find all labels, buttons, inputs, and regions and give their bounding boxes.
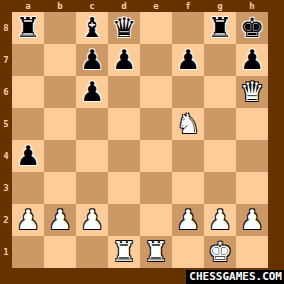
square-h6[interactable]: ♛ <box>236 76 268 108</box>
square-f3[interactable] <box>172 172 204 204</box>
square-g2[interactable]: ♟ <box>204 204 236 236</box>
square-c8[interactable]: ♝ <box>76 12 108 44</box>
square-f7[interactable]: ♟ <box>172 44 204 76</box>
square-d8[interactable]: ♛ <box>108 12 140 44</box>
square-c2[interactable]: ♟ <box>76 204 108 236</box>
white-pawn-f2: ♟ <box>172 204 204 236</box>
square-d7[interactable]: ♟ <box>108 44 140 76</box>
square-d1[interactable]: ♜ <box>108 236 140 268</box>
square-g6[interactable] <box>204 76 236 108</box>
square-e4[interactable] <box>140 140 172 172</box>
square-a6[interactable] <box>12 76 44 108</box>
black-pawn-c6: ♟ <box>76 76 108 108</box>
square-b2[interactable]: ♟ <box>44 204 76 236</box>
square-g8[interactable]: ♜ <box>204 12 236 44</box>
white-pawn-g2: ♟ <box>204 204 236 236</box>
square-e3[interactable] <box>140 172 172 204</box>
square-c1[interactable] <box>76 236 108 268</box>
chess-board: ♜♝♛♜♚♟♟♟♟♟♛♞♟♟♟♟♟♟♟♜♜♚ <box>12 12 268 268</box>
square-c5[interactable] <box>76 108 108 140</box>
square-c7[interactable]: ♟ <box>76 44 108 76</box>
black-pawn-c7: ♟ <box>76 44 108 76</box>
square-a4[interactable]: ♟ <box>12 140 44 172</box>
rank-label-7: 7 <box>0 44 12 76</box>
square-f6[interactable] <box>172 76 204 108</box>
square-h1[interactable] <box>236 236 268 268</box>
square-e7[interactable] <box>140 44 172 76</box>
square-f5[interactable]: ♞ <box>172 108 204 140</box>
square-c4[interactable] <box>76 140 108 172</box>
square-h2[interactable]: ♟ <box>236 204 268 236</box>
square-b6[interactable] <box>44 76 76 108</box>
square-e1[interactable]: ♜ <box>140 236 172 268</box>
square-a7[interactable] <box>12 44 44 76</box>
square-a5[interactable] <box>12 108 44 140</box>
square-h4[interactable] <box>236 140 268 172</box>
square-b3[interactable] <box>44 172 76 204</box>
white-rook-e1: ♜ <box>140 236 172 268</box>
rank-labels-left: 87654321 <box>0 12 12 268</box>
rank-label-5: 5 <box>0 108 12 140</box>
black-pawn-f7: ♟ <box>172 44 204 76</box>
square-e8[interactable] <box>140 12 172 44</box>
square-e2[interactable] <box>140 204 172 236</box>
square-g1[interactable]: ♚ <box>204 236 236 268</box>
white-king-g1: ♚ <box>204 236 236 268</box>
square-a3[interactable] <box>12 172 44 204</box>
white-pawn-b2: ♟ <box>44 204 76 236</box>
square-a1[interactable] <box>12 236 44 268</box>
black-pawn-h7: ♟ <box>236 44 268 76</box>
white-knight-f5: ♞ <box>172 108 204 140</box>
square-g5[interactable] <box>204 108 236 140</box>
rank-label-3: 3 <box>0 172 12 204</box>
square-f2[interactable]: ♟ <box>172 204 204 236</box>
rank-label-6: 6 <box>0 76 12 108</box>
white-pawn-c2: ♟ <box>76 204 108 236</box>
square-h5[interactable] <box>236 108 268 140</box>
rank-label-1: 1 <box>0 236 12 268</box>
square-f1[interactable] <box>172 236 204 268</box>
square-g4[interactable] <box>204 140 236 172</box>
square-d4[interactable] <box>108 140 140 172</box>
chess-board-frame: abcdefgh 87654321 ♜♝♛♜♚♟♟♟♟♟♛♞♟♟♟♟♟♟♟♜♜♚… <box>0 0 284 284</box>
white-pawn-h2: ♟ <box>236 204 268 236</box>
square-b7[interactable] <box>44 44 76 76</box>
white-queen-h6: ♛ <box>236 76 268 108</box>
square-e5[interactable] <box>140 108 172 140</box>
square-a8[interactable]: ♜ <box>12 12 44 44</box>
rank-label-4: 4 <box>0 140 12 172</box>
square-e6[interactable] <box>140 76 172 108</box>
square-b5[interactable] <box>44 108 76 140</box>
square-h3[interactable] <box>236 172 268 204</box>
square-h8[interactable]: ♚ <box>236 12 268 44</box>
square-c3[interactable] <box>76 172 108 204</box>
square-g7[interactable] <box>204 44 236 76</box>
square-c6[interactable]: ♟ <box>76 76 108 108</box>
black-pawn-a4: ♟ <box>12 140 44 172</box>
white-rook-d1: ♜ <box>108 236 140 268</box>
square-g3[interactable] <box>204 172 236 204</box>
black-queen-d8: ♛ <box>108 12 140 44</box>
square-d2[interactable] <box>108 204 140 236</box>
black-pawn-d7: ♟ <box>108 44 140 76</box>
square-h7[interactable]: ♟ <box>236 44 268 76</box>
white-pawn-a2: ♟ <box>12 204 44 236</box>
rank-label-8: 8 <box>0 12 12 44</box>
black-rook-a8: ♜ <box>12 12 44 44</box>
square-a2[interactable]: ♟ <box>12 204 44 236</box>
square-d5[interactable] <box>108 108 140 140</box>
square-d6[interactable] <box>108 76 140 108</box>
square-f8[interactable] <box>172 12 204 44</box>
square-b8[interactable] <box>44 12 76 44</box>
rank-label-2: 2 <box>0 204 12 236</box>
square-d3[interactable] <box>108 172 140 204</box>
square-b4[interactable] <box>44 140 76 172</box>
black-king-h8: ♚ <box>236 12 268 44</box>
file-labels-top: abcdefgh <box>12 0 268 12</box>
square-f4[interactable] <box>172 140 204 172</box>
site-credit: CHESSGAMES.COM <box>186 270 284 284</box>
square-b1[interactable] <box>44 236 76 268</box>
black-rook-g8: ♜ <box>204 12 236 44</box>
black-bishop-c8: ♝ <box>76 12 108 44</box>
